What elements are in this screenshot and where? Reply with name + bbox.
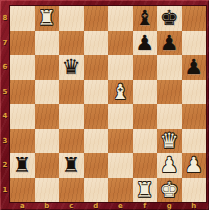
rank-labels: 87654321 — [0, 6, 10, 202]
square-e1[interactable] — [108, 178, 133, 203]
square-d3[interactable] — [84, 129, 109, 154]
square-h6[interactable]: ♟ — [182, 55, 207, 80]
square-f6[interactable] — [133, 55, 158, 80]
square-f5[interactable] — [133, 80, 158, 105]
white-king-icon[interactable]: ♚ — [160, 178, 179, 202]
square-g4[interactable] — [157, 104, 182, 129]
square-e3[interactable] — [108, 129, 133, 154]
file-labels: abcdefgh — [10, 202, 206, 210]
square-a7[interactable] — [10, 31, 35, 56]
square-e6[interactable] — [108, 55, 133, 80]
square-g5[interactable] — [157, 80, 182, 105]
square-c6[interactable]: ♛ — [59, 55, 84, 80]
square-f1[interactable]: ♜ — [133, 178, 158, 203]
square-b6[interactable] — [35, 55, 60, 80]
square-f4[interactable] — [133, 104, 158, 129]
square-b8[interactable]: ♜ — [35, 6, 60, 31]
black-pawn-icon[interactable]: ♟ — [184, 55, 203, 79]
square-d8[interactable] — [84, 6, 109, 31]
rank-label-8: 8 — [0, 6, 10, 31]
square-c8[interactable] — [59, 6, 84, 31]
square-d7[interactable] — [84, 31, 109, 56]
square-h5[interactable] — [182, 80, 207, 105]
file-label-c: c — [59, 202, 84, 210]
white-bishop-icon[interactable]: ♝ — [111, 80, 130, 104]
square-d5[interactable] — [84, 80, 109, 105]
square-h3[interactable] — [182, 129, 207, 154]
file-label-e: e — [108, 202, 133, 210]
square-h2[interactable]: ♟ — [182, 153, 207, 178]
file-label-d: d — [84, 202, 109, 210]
square-e5[interactable]: ♝ — [108, 80, 133, 105]
square-b1[interactable] — [35, 178, 60, 203]
square-f8[interactable]: ♝ — [133, 6, 158, 31]
square-b7[interactable] — [35, 31, 60, 56]
white-pawn-icon[interactable]: ♟ — [184, 153, 203, 177]
black-pawn-icon[interactable]: ♟ — [160, 31, 179, 55]
square-h8[interactable] — [182, 6, 207, 31]
square-a3[interactable] — [10, 129, 35, 154]
square-g8[interactable]: ♚ — [157, 6, 182, 31]
square-b4[interactable] — [35, 104, 60, 129]
board[interactable]: ♜♝♚♟♟♛♟♝♛♜♜♟♟♜♚ — [10, 6, 206, 202]
square-d6[interactable] — [84, 55, 109, 80]
square-g7[interactable]: ♟ — [157, 31, 182, 56]
black-rook-icon[interactable]: ♜ — [13, 153, 32, 177]
rank-label-3: 3 — [0, 129, 10, 154]
rank-label-7: 7 — [0, 31, 10, 56]
square-a5[interactable] — [10, 80, 35, 105]
square-e8[interactable] — [108, 6, 133, 31]
black-bishop-icon[interactable]: ♝ — [135, 6, 154, 30]
square-e4[interactable] — [108, 104, 133, 129]
square-c7[interactable] — [59, 31, 84, 56]
black-queen-icon[interactable]: ♛ — [62, 55, 81, 79]
square-f7[interactable]: ♟ — [133, 31, 158, 56]
rank-label-5: 5 — [0, 80, 10, 105]
white-rook-icon[interactable]: ♜ — [37, 6, 56, 30]
square-a8[interactable] — [10, 6, 35, 31]
square-e7[interactable] — [108, 31, 133, 56]
square-b3[interactable] — [35, 129, 60, 154]
square-d4[interactable] — [84, 104, 109, 129]
black-king-icon[interactable]: ♚ — [160, 6, 179, 30]
square-d1[interactable] — [84, 178, 109, 203]
chess-board-widget: 87654321 ♜♝♚♟♟♛♟♝♛♜♜♟♟♜♚ abcdefgh — [0, 0, 209, 210]
rank-label-4: 4 — [0, 104, 10, 129]
square-c5[interactable] — [59, 80, 84, 105]
square-d2[interactable] — [84, 153, 109, 178]
file-label-a: a — [10, 202, 35, 210]
square-g1[interactable]: ♚ — [157, 178, 182, 203]
square-a4[interactable] — [10, 104, 35, 129]
square-g6[interactable] — [157, 55, 182, 80]
square-a2[interactable]: ♜ — [10, 153, 35, 178]
square-e2[interactable] — [108, 153, 133, 178]
file-label-h: h — [182, 202, 207, 210]
square-c3[interactable] — [59, 129, 84, 154]
square-g3[interactable]: ♛ — [157, 129, 182, 154]
black-pawn-icon[interactable]: ♟ — [135, 31, 154, 55]
file-label-f: f — [133, 202, 158, 210]
white-rook-icon[interactable]: ♜ — [135, 178, 154, 202]
square-f2[interactable] — [133, 153, 158, 178]
square-h7[interactable] — [182, 31, 207, 56]
file-label-g: g — [157, 202, 182, 210]
square-c1[interactable] — [59, 178, 84, 203]
black-rook-icon[interactable]: ♜ — [62, 153, 81, 177]
white-queen-icon[interactable]: ♛ — [160, 129, 179, 153]
file-label-b: b — [35, 202, 60, 210]
rank-label-2: 2 — [0, 153, 10, 178]
square-c2[interactable]: ♜ — [59, 153, 84, 178]
white-pawn-icon[interactable]: ♟ — [160, 153, 179, 177]
square-a1[interactable] — [10, 178, 35, 203]
square-c4[interactable] — [59, 104, 84, 129]
rank-label-6: 6 — [0, 55, 10, 80]
square-f3[interactable] — [133, 129, 158, 154]
square-g2[interactable]: ♟ — [157, 153, 182, 178]
square-a6[interactable] — [10, 55, 35, 80]
rank-label-1: 1 — [0, 178, 10, 203]
square-b5[interactable] — [35, 80, 60, 105]
square-b2[interactable] — [35, 153, 60, 178]
square-h1[interactable] — [182, 178, 207, 203]
square-h4[interactable] — [182, 104, 207, 129]
